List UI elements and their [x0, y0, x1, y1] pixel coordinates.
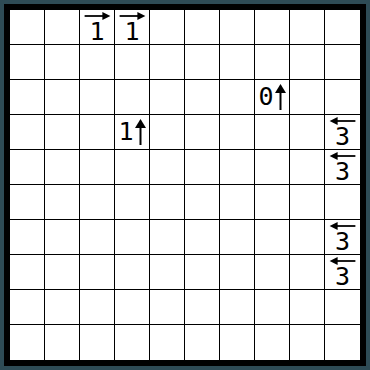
cell[interactable] [185, 80, 220, 115]
cell[interactable] [255, 185, 290, 220]
cell[interactable] [115, 290, 150, 325]
cell[interactable] [185, 255, 220, 290]
cell[interactable] [80, 290, 115, 325]
board-frame: 11013333 [4, 4, 366, 366]
cell[interactable] [10, 10, 45, 45]
cell[interactable] [45, 325, 80, 360]
cell[interactable] [220, 290, 255, 325]
clue-cell: 1 [115, 115, 150, 150]
cell[interactable] [255, 115, 290, 150]
cell[interactable] [290, 150, 325, 185]
cell[interactable] [325, 290, 360, 325]
clue-number: 3 [335, 125, 350, 149]
cell[interactable] [290, 10, 325, 45]
cell[interactable] [255, 220, 290, 255]
cell[interactable] [290, 325, 325, 360]
cell[interactable] [325, 325, 360, 360]
cell[interactable] [220, 150, 255, 185]
clue-cell: 0 [255, 80, 290, 115]
cell[interactable] [185, 290, 220, 325]
cell[interactable] [255, 150, 290, 185]
cell[interactable] [255, 45, 290, 80]
clue-number: 1 [118, 120, 133, 144]
cell[interactable] [115, 185, 150, 220]
cell[interactable] [45, 150, 80, 185]
cell[interactable] [220, 325, 255, 360]
cell[interactable] [220, 10, 255, 45]
cell[interactable] [185, 45, 220, 80]
cell[interactable] [255, 10, 290, 45]
cell[interactable] [80, 325, 115, 360]
clue-number: 3 [335, 265, 350, 289]
clue-number: 1 [89, 20, 104, 44]
cell[interactable] [290, 220, 325, 255]
cell[interactable] [185, 150, 220, 185]
clue-cell: 1 [115, 10, 150, 45]
cell[interactable] [150, 115, 185, 150]
cell[interactable] [115, 220, 150, 255]
cell[interactable] [185, 325, 220, 360]
cell[interactable] [150, 185, 185, 220]
cell[interactable] [220, 220, 255, 255]
clue-number: 1 [124, 20, 139, 44]
up-arrow-icon [135, 119, 146, 145]
cell[interactable] [220, 115, 255, 150]
cell[interactable] [150, 150, 185, 185]
cell[interactable] [220, 80, 255, 115]
cell[interactable] [150, 325, 185, 360]
cell[interactable] [185, 10, 220, 45]
clue-cell: 3 [325, 220, 360, 255]
cell[interactable] [45, 220, 80, 255]
cell[interactable] [290, 45, 325, 80]
cell[interactable] [290, 115, 325, 150]
cell[interactable] [185, 115, 220, 150]
clue-cell: 3 [325, 150, 360, 185]
cell[interactable] [45, 185, 80, 220]
cell[interactable] [115, 80, 150, 115]
cell[interactable] [10, 45, 45, 80]
cell[interactable] [150, 290, 185, 325]
cell[interactable] [45, 10, 80, 45]
cell[interactable] [10, 115, 45, 150]
cell[interactable] [45, 80, 80, 115]
cell[interactable] [80, 45, 115, 80]
cell[interactable] [220, 255, 255, 290]
cell[interactable] [150, 255, 185, 290]
cell[interactable] [10, 150, 45, 185]
cell[interactable] [325, 10, 360, 45]
clue-number: 0 [258, 85, 273, 109]
cell[interactable] [115, 45, 150, 80]
cell[interactable] [80, 115, 115, 150]
cell[interactable] [290, 185, 325, 220]
cell[interactable] [10, 220, 45, 255]
clue-cell: 3 [325, 255, 360, 290]
clue-number: 3 [335, 230, 350, 254]
cell[interactable] [115, 325, 150, 360]
cell[interactable] [45, 290, 80, 325]
cell[interactable] [325, 80, 360, 115]
cell[interactable] [115, 255, 150, 290]
cell[interactable] [185, 185, 220, 220]
cell[interactable] [255, 290, 290, 325]
cell[interactable] [150, 45, 185, 80]
cell[interactable] [325, 45, 360, 80]
cell[interactable] [45, 115, 80, 150]
cell[interactable] [80, 185, 115, 220]
cell[interactable] [10, 255, 45, 290]
cell[interactable] [150, 220, 185, 255]
cell[interactable] [10, 80, 45, 115]
clue-cell: 3 [325, 115, 360, 150]
cell[interactable] [45, 45, 80, 80]
clue-number: 3 [335, 160, 350, 184]
cell[interactable] [255, 325, 290, 360]
cell[interactable] [325, 185, 360, 220]
cell[interactable] [220, 185, 255, 220]
cell[interactable] [290, 80, 325, 115]
cell[interactable] [80, 150, 115, 185]
cell[interactable] [150, 80, 185, 115]
up-arrow-icon [275, 84, 286, 110]
cell[interactable] [80, 220, 115, 255]
cell[interactable] [10, 185, 45, 220]
cell[interactable] [220, 45, 255, 80]
cell[interactable] [150, 10, 185, 45]
cell[interactable] [290, 290, 325, 325]
cell[interactable] [45, 255, 80, 290]
puzzle-grid: 11013333 [10, 10, 360, 360]
cell[interactable] [185, 220, 220, 255]
cell[interactable] [290, 255, 325, 290]
cell[interactable] [80, 255, 115, 290]
cell[interactable] [10, 325, 45, 360]
cell[interactable] [115, 150, 150, 185]
clue-cell: 1 [80, 10, 115, 45]
cell[interactable] [10, 290, 45, 325]
cell[interactable] [80, 80, 115, 115]
cell[interactable] [255, 255, 290, 290]
